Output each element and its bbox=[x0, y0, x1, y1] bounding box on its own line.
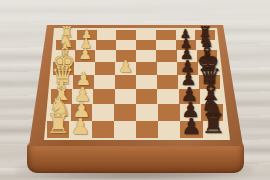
piece-white-pawn[interactable]: ♟ bbox=[118, 59, 133, 75]
square-b4[interactable] bbox=[114, 104, 136, 120]
chess-photo-scene: ♜♟♟♜♞♟♟♞♝♟♟♝♚♟♟♚♛♟♟♛♝♟♟♝♞♟♟♞♜♟♟♜ bbox=[0, 0, 270, 180]
square-a5[interactable] bbox=[136, 121, 158, 138]
square-c3[interactable] bbox=[93, 89, 114, 104]
square-h6[interactable] bbox=[156, 30, 176, 40]
square-b6[interactable] bbox=[158, 104, 180, 120]
square-a6[interactable] bbox=[158, 121, 180, 138]
square-d4[interactable] bbox=[115, 75, 136, 89]
square-d5[interactable] bbox=[136, 75, 157, 89]
square-e6[interactable] bbox=[157, 62, 178, 75]
square-f6[interactable] bbox=[156, 50, 176, 62]
square-a2[interactable]: ♟ bbox=[69, 121, 91, 138]
square-g3[interactable] bbox=[96, 40, 116, 51]
square-f3[interactable] bbox=[95, 50, 115, 62]
square-h4[interactable] bbox=[116, 30, 136, 40]
square-h3[interactable] bbox=[97, 30, 117, 40]
piece-white-rook[interactable]: ♜ bbox=[46, 111, 70, 138]
square-e3[interactable] bbox=[95, 62, 116, 75]
square-h5[interactable] bbox=[136, 30, 156, 40]
square-g6[interactable] bbox=[156, 40, 176, 51]
square-d6[interactable] bbox=[157, 75, 178, 89]
board-row-a: ♜♟♟♜ bbox=[47, 121, 225, 138]
square-c5[interactable] bbox=[136, 89, 157, 104]
chess-board[interactable]: ♜♟♟♜♞♟♟♞♝♟♟♝♚♟♟♚♛♟♟♛♝♟♟♝♞♟♟♞♜♟♟♜ bbox=[0, 0, 270, 180]
square-a8[interactable]: ♜ bbox=[203, 121, 225, 138]
square-a7[interactable]: ♟ bbox=[180, 121, 202, 138]
square-g4[interactable] bbox=[116, 40, 136, 51]
square-c6[interactable] bbox=[157, 89, 178, 104]
square-b5[interactable] bbox=[136, 104, 158, 120]
piece-white-pawn[interactable]: ♟ bbox=[79, 47, 92, 62]
square-a3[interactable] bbox=[92, 121, 114, 138]
square-b3[interactable] bbox=[92, 104, 114, 120]
square-d3[interactable] bbox=[94, 75, 115, 89]
piece-black-rook[interactable]: ♜ bbox=[202, 111, 226, 138]
square-e5[interactable] bbox=[136, 62, 157, 75]
square-f2[interactable]: ♟ bbox=[75, 50, 95, 62]
square-f5[interactable] bbox=[136, 50, 156, 62]
piece-white-pawn[interactable]: ♟ bbox=[71, 116, 91, 138]
square-e4[interactable]: ♟ bbox=[115, 62, 136, 75]
square-g5[interactable] bbox=[136, 40, 156, 51]
square-a1[interactable]: ♜ bbox=[47, 121, 69, 138]
square-a4[interactable] bbox=[114, 121, 136, 138]
square-c4[interactable] bbox=[115, 89, 136, 104]
piece-black-pawn[interactable]: ♟ bbox=[182, 116, 202, 138]
